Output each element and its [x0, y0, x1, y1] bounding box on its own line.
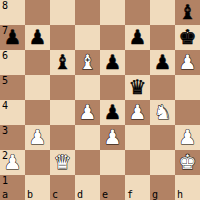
file-label-c: c: [52, 190, 58, 200]
piece-black-queen[interactable]: ♛: [129, 75, 147, 100]
piece-white-king[interactable]: ♚: [179, 150, 197, 175]
square-a8[interactable]: 8: [0, 0, 25, 25]
piece-black-pawn[interactable]: ♟: [129, 25, 147, 50]
square-e7[interactable]: [100, 25, 125, 50]
rank-label-5: 5: [2, 76, 8, 86]
square-h6[interactable]: ♟: [175, 50, 200, 75]
square-b6[interactable]: [25, 50, 50, 75]
piece-white-pawn[interactable]: ♟: [129, 100, 147, 125]
square-e3[interactable]: ♟: [100, 125, 125, 150]
square-f8[interactable]: [125, 0, 150, 25]
square-f7[interactable]: ♟: [125, 25, 150, 50]
square-b5[interactable]: [25, 75, 50, 100]
square-f2[interactable]: [125, 150, 150, 175]
square-e1[interactable]: e: [100, 175, 125, 200]
file-label-d: d: [77, 190, 83, 200]
square-b3[interactable]: ♟: [25, 125, 50, 150]
square-d3[interactable]: [75, 125, 100, 150]
square-g7[interactable]: [150, 25, 175, 50]
square-d5[interactable]: [75, 75, 100, 100]
square-e2[interactable]: [100, 150, 125, 175]
square-b1[interactable]: b: [25, 175, 50, 200]
square-h5[interactable]: [175, 75, 200, 100]
square-h8[interactable]: ♝: [175, 0, 200, 25]
square-c1[interactable]: c: [50, 175, 75, 200]
square-d2[interactable]: [75, 150, 100, 175]
square-c4[interactable]: [50, 100, 75, 125]
piece-black-bishop[interactable]: ♝: [54, 50, 72, 75]
square-a6[interactable]: 6: [0, 50, 25, 75]
square-a1[interactable]: 1a: [0, 175, 25, 200]
piece-white-knight[interactable]: ♞: [154, 100, 172, 125]
square-f6[interactable]: [125, 50, 150, 75]
rank-label-3: 3: [2, 126, 8, 136]
piece-black-bishop[interactable]: ♝: [179, 0, 197, 25]
file-label-a: a: [2, 190, 8, 200]
square-f3[interactable]: [125, 125, 150, 150]
square-h3[interactable]: ♟: [175, 125, 200, 150]
piece-black-pawn[interactable]: ♟: [104, 100, 122, 125]
square-d4[interactable]: ♟: [75, 100, 100, 125]
square-h4[interactable]: [175, 100, 200, 125]
square-e5[interactable]: [100, 75, 125, 100]
square-d6[interactable]: ♝: [75, 50, 100, 75]
rank-label-1: 1: [2, 176, 8, 186]
piece-white-pawn[interactable]: ♟: [104, 125, 122, 150]
square-a7[interactable]: 7♟: [0, 25, 25, 50]
piece-white-bishop[interactable]: ♝: [79, 50, 97, 75]
square-g4[interactable]: ♞: [150, 100, 175, 125]
piece-black-pawn[interactable]: ♟: [154, 50, 172, 75]
piece-white-pawn[interactable]: ♟: [179, 50, 197, 75]
square-e8[interactable]: [100, 0, 125, 25]
square-g6[interactable]: ♟: [150, 50, 175, 75]
square-b7[interactable]: ♟: [25, 25, 50, 50]
square-c2[interactable]: ♛: [50, 150, 75, 175]
square-e6[interactable]: ♟: [100, 50, 125, 75]
square-b4[interactable]: [25, 100, 50, 125]
rank-label-8: 8: [2, 1, 8, 11]
piece-white-queen[interactable]: ♛: [54, 150, 72, 175]
square-g8[interactable]: [150, 0, 175, 25]
rank-label-6: 6: [2, 51, 8, 61]
file-label-f: f: [127, 190, 133, 200]
square-c5[interactable]: [50, 75, 75, 100]
piece-black-king[interactable]: ♚: [179, 25, 197, 50]
square-a2[interactable]: 2♟: [0, 150, 25, 175]
file-label-h: h: [177, 190, 183, 200]
square-b8[interactable]: [25, 0, 50, 25]
file-label-g: g: [152, 190, 158, 200]
square-a5[interactable]: 5: [0, 75, 25, 100]
piece-black-pawn[interactable]: ♟: [29, 25, 47, 50]
square-a3[interactable]: 3: [0, 125, 25, 150]
piece-black-pawn[interactable]: ♟: [104, 50, 122, 75]
piece-white-pawn[interactable]: ♟: [4, 150, 22, 175]
square-f5[interactable]: ♛: [125, 75, 150, 100]
piece-black-pawn[interactable]: ♟: [4, 25, 22, 50]
square-g2[interactable]: [150, 150, 175, 175]
square-c7[interactable]: [50, 25, 75, 50]
square-b2[interactable]: [25, 150, 50, 175]
square-c8[interactable]: [50, 0, 75, 25]
square-d1[interactable]: d: [75, 175, 100, 200]
square-d7[interactable]: [75, 25, 100, 50]
square-e4[interactable]: ♟: [100, 100, 125, 125]
rank-label-4: 4: [2, 101, 8, 111]
piece-white-pawn[interactable]: ♟: [179, 125, 197, 150]
square-g5[interactable]: [150, 75, 175, 100]
piece-white-pawn[interactable]: ♟: [29, 125, 47, 150]
square-d8[interactable]: [75, 0, 100, 25]
file-label-e: e: [102, 190, 108, 200]
square-f4[interactable]: ♟: [125, 100, 150, 125]
square-h1[interactable]: h: [175, 175, 200, 200]
square-h2[interactable]: ♚: [175, 150, 200, 175]
square-f1[interactable]: f: [125, 175, 150, 200]
piece-white-pawn[interactable]: ♟: [79, 100, 97, 125]
square-c3[interactable]: [50, 125, 75, 150]
file-label-b: b: [27, 190, 33, 200]
chess-board: 8♝7♟♟♟♚6♝♝♟♟♟5♛4♟♟♟♞3♟♟♟2♟♛♚1abcdefgh: [0, 0, 200, 200]
square-g1[interactable]: g: [150, 175, 175, 200]
square-g3[interactable]: [150, 125, 175, 150]
square-c6[interactable]: ♝: [50, 50, 75, 75]
square-h7[interactable]: ♚: [175, 25, 200, 50]
square-a4[interactable]: 4: [0, 100, 25, 125]
